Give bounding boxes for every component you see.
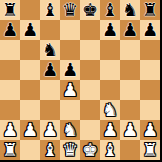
white-pawn: ♟ (102, 120, 118, 140)
white-rook: ♜ (142, 140, 158, 160)
black-pawn: ♟ (22, 20, 38, 40)
square-g5[interactable] (120, 60, 140, 80)
black-pawn: ♟ (142, 20, 158, 40)
square-e2[interactable] (80, 120, 100, 140)
black-queen: ♛ (62, 0, 78, 20)
square-c3[interactable] (40, 100, 60, 120)
chess-board: ♜♝♛♚♝♞♜♟♟♟♟♟♞♟♟♟♞♟♟♟♞♟♟♟♜♝♛♚♝♜ (0, 0, 162, 162)
square-a1[interactable]: ♜ (0, 140, 20, 160)
black-bishop: ♝ (102, 0, 118, 20)
square-h2[interactable]: ♟ (140, 120, 160, 140)
square-b2[interactable]: ♟ (20, 120, 40, 140)
square-a3[interactable] (0, 100, 20, 120)
square-e1[interactable]: ♚ (80, 140, 100, 160)
square-c2[interactable]: ♟ (40, 120, 60, 140)
square-h8[interactable]: ♜ (140, 0, 160, 20)
white-bishop: ♝ (42, 140, 58, 160)
square-d2[interactable]: ♞ (60, 120, 80, 140)
square-c4[interactable] (40, 80, 60, 100)
square-h3[interactable] (140, 100, 160, 120)
square-b4[interactable] (20, 80, 40, 100)
white-rook: ♜ (2, 140, 18, 160)
square-g8[interactable]: ♞ (120, 0, 140, 20)
square-b6[interactable] (20, 40, 40, 60)
square-c5[interactable]: ♟ (40, 60, 60, 80)
square-b7[interactable]: ♟ (20, 20, 40, 40)
white-pawn: ♟ (2, 120, 18, 140)
square-h1[interactable]: ♜ (140, 140, 160, 160)
square-a5[interactable] (0, 60, 20, 80)
black-pawn: ♟ (102, 20, 118, 40)
square-h6[interactable] (140, 40, 160, 60)
square-d3[interactable] (60, 100, 80, 120)
white-queen: ♛ (62, 140, 78, 160)
white-bishop: ♝ (102, 140, 118, 160)
black-rook: ♜ (142, 0, 158, 20)
square-g7[interactable]: ♟ (120, 20, 140, 40)
white-knight: ♞ (102, 100, 118, 120)
white-pawn: ♟ (42, 120, 58, 140)
black-rook: ♜ (2, 0, 18, 20)
square-f8[interactable]: ♝ (100, 0, 120, 20)
square-g6[interactable] (120, 40, 140, 60)
white-king: ♚ (82, 140, 98, 160)
square-b5[interactable] (20, 60, 40, 80)
square-c8[interactable]: ♝ (40, 0, 60, 20)
square-d1[interactable]: ♛ (60, 140, 80, 160)
square-a6[interactable] (0, 40, 20, 60)
black-knight: ♞ (42, 40, 58, 60)
square-d6[interactable] (60, 40, 80, 60)
black-knight: ♞ (122, 0, 138, 20)
square-h7[interactable]: ♟ (140, 20, 160, 40)
square-h4[interactable] (140, 80, 160, 100)
square-f3[interactable]: ♞ (100, 100, 120, 120)
square-f2[interactable]: ♟ (100, 120, 120, 140)
white-pawn: ♟ (62, 80, 78, 100)
black-pawn: ♟ (2, 20, 18, 40)
black-king: ♚ (82, 0, 98, 20)
black-bishop: ♝ (42, 0, 58, 20)
square-g3[interactable] (120, 100, 140, 120)
square-g2[interactable]: ♟ (120, 120, 140, 140)
square-d7[interactable] (60, 20, 80, 40)
white-pawn: ♟ (142, 120, 158, 140)
black-pawn: ♟ (62, 60, 78, 80)
square-h5[interactable] (140, 60, 160, 80)
square-b3[interactable] (20, 100, 40, 120)
square-g1[interactable] (120, 140, 140, 160)
square-c7[interactable] (40, 20, 60, 40)
square-b1[interactable] (20, 140, 40, 160)
square-d8[interactable]: ♛ (60, 0, 80, 20)
square-a2[interactable]: ♟ (0, 120, 20, 140)
square-e5[interactable] (80, 60, 100, 80)
square-f5[interactable] (100, 60, 120, 80)
black-pawn: ♟ (122, 20, 138, 40)
square-a7[interactable]: ♟ (0, 20, 20, 40)
square-f1[interactable]: ♝ (100, 140, 120, 160)
square-e3[interactable] (80, 100, 100, 120)
square-c6[interactable]: ♞ (40, 40, 60, 60)
square-e6[interactable] (80, 40, 100, 60)
square-d4[interactable]: ♟ (60, 80, 80, 100)
white-pawn: ♟ (22, 120, 38, 140)
square-e7[interactable] (80, 20, 100, 40)
square-e8[interactable]: ♚ (80, 0, 100, 20)
white-knight: ♞ (62, 120, 78, 140)
white-pawn: ♟ (122, 120, 138, 140)
square-e4[interactable] (80, 80, 100, 100)
square-f4[interactable] (100, 80, 120, 100)
square-c1[interactable]: ♝ (40, 140, 60, 160)
square-a8[interactable]: ♜ (0, 0, 20, 20)
square-a4[interactable] (0, 80, 20, 100)
square-g4[interactable] (120, 80, 140, 100)
square-f7[interactable]: ♟ (100, 20, 120, 40)
black-pawn: ♟ (42, 60, 58, 80)
square-d5[interactable]: ♟ (60, 60, 80, 80)
square-b8[interactable] (20, 0, 40, 20)
square-f6[interactable] (100, 40, 120, 60)
